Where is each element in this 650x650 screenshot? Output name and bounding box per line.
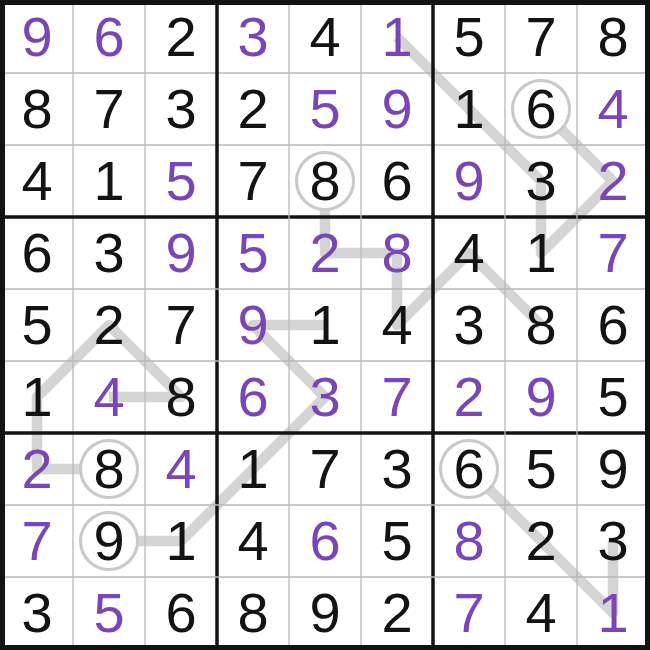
cell-r4c4[interactable]: 5 [217, 217, 289, 289]
cell-r4c8[interactable]: 1 [505, 217, 577, 289]
cell-r4c7[interactable]: 4 [433, 217, 505, 289]
cell-r9c4[interactable]: 8 [217, 577, 289, 649]
cell-r2c6[interactable]: 9 [361, 73, 433, 145]
cell-r7c1[interactable]: 2 [1, 433, 73, 505]
cell-r6c9[interactable]: 5 [577, 361, 649, 433]
cell-r1c6[interactable]: 1 [361, 1, 433, 73]
cell-r6c2[interactable]: 4 [73, 361, 145, 433]
cell-r6c6[interactable]: 7 [361, 361, 433, 433]
cell-r3c4[interactable]: 7 [217, 145, 289, 217]
cell-r1c8[interactable]: 7 [505, 1, 577, 73]
cell-r1c2[interactable]: 6 [73, 1, 145, 73]
cell-r9c7[interactable]: 7 [433, 577, 505, 649]
cell-r8c3[interactable]: 1 [145, 505, 217, 577]
cell-r1c4[interactable]: 3 [217, 1, 289, 73]
sudoku-board: 9623415788732591644157869326395284175279… [0, 0, 650, 650]
cell-r8c5[interactable]: 6 [289, 505, 361, 577]
cell-r7c3[interactable]: 4 [145, 433, 217, 505]
cell-r8c7[interactable]: 8 [433, 505, 505, 577]
cell-r3c9[interactable]: 2 [577, 145, 649, 217]
cell-r5c7[interactable]: 3 [433, 289, 505, 361]
cell-r9c6[interactable]: 2 [361, 577, 433, 649]
cell-r3c8[interactable]: 3 [505, 145, 577, 217]
cell-r4c1[interactable]: 6 [1, 217, 73, 289]
cell-r9c9[interactable]: 1 [577, 577, 649, 649]
cell-r9c3[interactable]: 6 [145, 577, 217, 649]
cell-r2c2[interactable]: 7 [73, 73, 145, 145]
cell-r1c5[interactable]: 4 [289, 1, 361, 73]
cell-r6c7[interactable]: 2 [433, 361, 505, 433]
cell-r9c2[interactable]: 5 [73, 577, 145, 649]
cell-r3c5[interactable]: 8 [289, 145, 361, 217]
cell-r8c1[interactable]: 7 [1, 505, 73, 577]
cell-r3c1[interactable]: 4 [1, 145, 73, 217]
cell-r2c7[interactable]: 1 [433, 73, 505, 145]
cell-r5c3[interactable]: 7 [145, 289, 217, 361]
cell-r4c9[interactable]: 7 [577, 217, 649, 289]
cell-r2c3[interactable]: 3 [145, 73, 217, 145]
cell-r9c8[interactable]: 4 [505, 577, 577, 649]
cell-r7c4[interactable]: 1 [217, 433, 289, 505]
cell-r2c9[interactable]: 4 [577, 73, 649, 145]
cell-r7c2[interactable]: 8 [73, 433, 145, 505]
cell-r5c8[interactable]: 8 [505, 289, 577, 361]
cell-r7c9[interactable]: 9 [577, 433, 649, 505]
cell-r3c6[interactable]: 6 [361, 145, 433, 217]
cell-r1c9[interactable]: 8 [577, 1, 649, 73]
cell-r6c3[interactable]: 8 [145, 361, 217, 433]
cell-r2c4[interactable]: 2 [217, 73, 289, 145]
cell-r5c9[interactable]: 6 [577, 289, 649, 361]
cell-r3c3[interactable]: 5 [145, 145, 217, 217]
cell-r5c5[interactable]: 1 [289, 289, 361, 361]
cell-r3c2[interactable]: 1 [73, 145, 145, 217]
cell-r4c5[interactable]: 2 [289, 217, 361, 289]
cell-r7c5[interactable]: 7 [289, 433, 361, 505]
cell-r6c4[interactable]: 6 [217, 361, 289, 433]
cell-r8c6[interactable]: 5 [361, 505, 433, 577]
cell-r9c5[interactable]: 9 [289, 577, 361, 649]
sudoku-grid: 9623415788732591644157869326395284175279… [1, 1, 649, 649]
cell-r5c1[interactable]: 5 [1, 289, 73, 361]
cell-r4c3[interactable]: 9 [145, 217, 217, 289]
cell-r8c2[interactable]: 9 [73, 505, 145, 577]
cell-r6c5[interactable]: 3 [289, 361, 361, 433]
cell-r4c2[interactable]: 3 [73, 217, 145, 289]
cell-r5c4[interactable]: 9 [217, 289, 289, 361]
cell-r7c7[interactable]: 6 [433, 433, 505, 505]
cell-r6c8[interactable]: 9 [505, 361, 577, 433]
cell-r5c6[interactable]: 4 [361, 289, 433, 361]
cell-r8c9[interactable]: 3 [577, 505, 649, 577]
cell-r6c1[interactable]: 1 [1, 361, 73, 433]
cell-r1c1[interactable]: 9 [1, 1, 73, 73]
cell-r1c7[interactable]: 5 [433, 1, 505, 73]
cell-r8c4[interactable]: 4 [217, 505, 289, 577]
cell-r3c7[interactable]: 9 [433, 145, 505, 217]
cell-r4c6[interactable]: 8 [361, 217, 433, 289]
cell-r2c1[interactable]: 8 [1, 73, 73, 145]
cell-r5c2[interactable]: 2 [73, 289, 145, 361]
cell-r1c3[interactable]: 2 [145, 1, 217, 73]
cell-r2c8[interactable]: 6 [505, 73, 577, 145]
cell-r7c8[interactable]: 5 [505, 433, 577, 505]
cell-r9c1[interactable]: 3 [1, 577, 73, 649]
cell-r2c5[interactable]: 5 [289, 73, 361, 145]
cell-r7c6[interactable]: 3 [361, 433, 433, 505]
cell-r8c8[interactable]: 2 [505, 505, 577, 577]
